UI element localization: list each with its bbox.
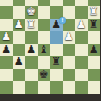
square-f6[interactable] <box>25 56 38 69</box>
square-d4[interactable] <box>50 31 63 44</box>
square-a6[interactable] <box>88 56 101 69</box>
square-h8[interactable] <box>0 81 13 94</box>
square-e2[interactable] <box>38 6 51 19</box>
piece-white-pawn[interactable]: ♟ <box>14 19 24 32</box>
square-d7[interactable] <box>50 69 63 82</box>
square-e5[interactable]: ♝ <box>38 44 51 57</box>
move-classification-badge: ! <box>59 17 66 24</box>
square-e3[interactable] <box>38 19 51 32</box>
square-f7[interactable] <box>25 69 38 82</box>
piece-black-bishop[interactable]: ♝ <box>39 44 49 57</box>
square-d6[interactable]: ♜ <box>50 56 63 69</box>
square-e4[interactable] <box>38 31 51 44</box>
square-d5[interactable] <box>50 44 63 57</box>
square-g2[interactable] <box>13 6 26 19</box>
square-c4[interactable]: ♟ <box>63 31 76 44</box>
square-b5[interactable] <box>75 44 88 57</box>
square-a3[interactable]: ♜ <box>88 19 101 32</box>
square-g6[interactable]: ♟ <box>13 56 26 69</box>
piece-black-pawn[interactable]: ♟ <box>89 44 99 57</box>
square-h4[interactable]: ♟ <box>0 31 13 44</box>
square-f5[interactable]: ♟ <box>25 44 38 57</box>
chess-app-screenshot: ♚♜♟♜♟♟♜♟♟♟♟♝♟♟♜♚ ! <box>0 0 100 100</box>
page-background-strip <box>0 94 100 101</box>
square-c7[interactable] <box>63 69 76 82</box>
piece-black-rook[interactable]: ♜ <box>89 19 99 32</box>
square-g3[interactable]: ♟ <box>13 19 26 32</box>
piece-black-pawn[interactable]: ♟ <box>14 56 24 69</box>
square-g5[interactable] <box>13 44 26 57</box>
piece-black-king[interactable]: ♚ <box>39 69 49 82</box>
square-c6[interactable] <box>63 56 76 69</box>
square-g7[interactable] <box>13 69 26 82</box>
square-h5[interactable]: ♟ <box>0 44 13 57</box>
square-h2[interactable] <box>0 6 13 19</box>
square-a5[interactable]: ♟ <box>88 44 101 57</box>
piece-white-pawn[interactable]: ♟ <box>1 31 11 44</box>
square-h6[interactable] <box>0 56 13 69</box>
square-b8[interactable] <box>75 81 88 94</box>
square-f8[interactable] <box>25 81 38 94</box>
square-e7[interactable]: ♚ <box>38 69 51 82</box>
square-e6[interactable] <box>38 56 51 69</box>
piece-white-rook[interactable]: ♜ <box>26 19 36 32</box>
square-b4[interactable] <box>75 31 88 44</box>
square-a7[interactable] <box>88 69 101 82</box>
square-a8[interactable] <box>88 81 101 94</box>
square-h3[interactable] <box>0 19 13 32</box>
piece-white-pawn[interactable]: ♟ <box>76 19 86 32</box>
square-b7[interactable] <box>75 69 88 82</box>
piece-black-pawn[interactable]: ♟ <box>26 44 36 57</box>
square-e8[interactable] <box>38 81 51 94</box>
square-a2[interactable]: ♜ <box>88 6 101 19</box>
chess-board: ♚♜♟♜♟♟♜♟♟♟♟♝♟♟♜♚ <box>0 0 100 94</box>
square-b2[interactable] <box>75 6 88 19</box>
square-b3[interactable]: ♟ <box>75 19 88 32</box>
square-g4[interactable] <box>13 31 26 44</box>
square-c8[interactable] <box>63 81 76 94</box>
piece-white-rook[interactable]: ♜ <box>89 6 99 19</box>
piece-white-king[interactable]: ♚ <box>26 6 36 19</box>
square-f3[interactable]: ♜ <box>25 19 38 32</box>
square-f4[interactable] <box>25 31 38 44</box>
piece-black-pawn[interactable]: ♟ <box>1 44 11 57</box>
piece-white-pawn[interactable]: ♟ <box>64 31 74 44</box>
square-g8[interactable] <box>13 81 26 94</box>
square-d8[interactable] <box>50 81 63 94</box>
square-h7[interactable] <box>0 69 13 82</box>
square-c5[interactable] <box>63 44 76 57</box>
square-f2[interactable]: ♚ <box>25 6 38 19</box>
piece-black-rook[interactable]: ♜ <box>51 56 61 69</box>
square-a4[interactable] <box>88 31 101 44</box>
square-b6[interactable] <box>75 56 88 69</box>
